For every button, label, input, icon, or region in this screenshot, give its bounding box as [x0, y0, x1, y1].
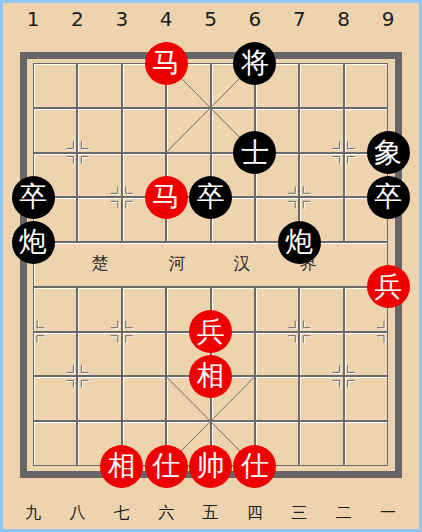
- piece-red-horse[interactable]: 马: [145, 176, 188, 219]
- board-cell: [77, 108, 121, 153]
- piece-red-elephant[interactable]: 相: [189, 355, 232, 398]
- board-cell: [122, 376, 166, 421]
- file-label-top: 2: [71, 7, 84, 31]
- board-cell: [299, 421, 343, 466]
- river-character: 河: [169, 252, 186, 275]
- file-label-bottom: 二: [336, 503, 352, 524]
- board-cell: [33, 287, 77, 332]
- board-cell: [77, 153, 121, 198]
- board-cell: [122, 108, 166, 153]
- file-label-top: 7: [293, 7, 306, 31]
- file-label-top: 5: [204, 7, 217, 31]
- piece-red-elephant[interactable]: 相: [100, 445, 143, 488]
- board-cell: [77, 63, 121, 108]
- piece-red-general[interactable]: 帅: [189, 445, 232, 488]
- board-cell: [344, 332, 388, 377]
- file-label-top: 4: [160, 7, 173, 31]
- piece-black-general[interactable]: 将: [233, 42, 276, 85]
- piece-black-cannon[interactable]: 炮: [278, 221, 321, 264]
- board-cell: [166, 108, 210, 153]
- board-cell: [299, 287, 343, 332]
- board-cell: [299, 63, 343, 108]
- board-cell: [299, 108, 343, 153]
- piece-red-soldier[interactable]: 兵: [189, 310, 232, 353]
- file-label-top: 3: [115, 7, 128, 31]
- piece-black-elephant[interactable]: 象: [367, 131, 410, 174]
- board-cell: [255, 332, 299, 377]
- board-cell: [299, 332, 343, 377]
- river-character: 楚: [92, 252, 109, 275]
- piece-red-advisor[interactable]: 仕: [233, 445, 276, 488]
- file-label-bottom: 一: [380, 503, 396, 524]
- file-label-bottom: 六: [158, 503, 174, 524]
- board-cell: [77, 197, 121, 242]
- piece-red-horse[interactable]: 马: [145, 42, 188, 85]
- file-label-top: 9: [382, 7, 395, 31]
- board-cell: [299, 376, 343, 421]
- file-label-top: 6: [249, 7, 262, 31]
- board-cell: [299, 153, 343, 198]
- piece-black-cannon[interactable]: 炮: [12, 221, 55, 264]
- board-cell: [33, 108, 77, 153]
- file-label-bottom: 四: [247, 503, 263, 524]
- file-label-bottom: 八: [69, 503, 85, 524]
- board-cell: [344, 63, 388, 108]
- river-character: 汉: [234, 252, 251, 275]
- board-cell: [33, 332, 77, 377]
- piece-red-soldier[interactable]: 兵: [367, 265, 410, 308]
- xiangqi-board-window: 123456789 楚河汉界 马将士象卒马卒卒炮炮兵兵相相仕帅仕 九八七六五四三…: [0, 0, 422, 532]
- board-cell: [122, 242, 166, 287]
- board-cell: [122, 332, 166, 377]
- board-cell: [77, 332, 121, 377]
- file-label-bottom: 七: [114, 503, 130, 524]
- board-cell: [344, 376, 388, 421]
- board-cell: [33, 421, 77, 466]
- board-cell: [33, 376, 77, 421]
- board-cell: [255, 376, 299, 421]
- board-cell: [344, 421, 388, 466]
- board-cell: [33, 63, 77, 108]
- file-label-top: 8: [337, 7, 350, 31]
- board-grid: [33, 63, 388, 466]
- file-label-bottom: 九: [25, 503, 41, 524]
- piece-red-advisor[interactable]: 仕: [145, 445, 188, 488]
- file-label-bottom: 三: [291, 503, 307, 524]
- piece-black-soldier[interactable]: 卒: [189, 176, 232, 219]
- board-cell: [77, 287, 121, 332]
- file-label-top: 1: [27, 7, 40, 31]
- board-cell: [122, 287, 166, 332]
- file-label-bottom: 五: [203, 503, 219, 524]
- piece-black-soldier[interactable]: 卒: [367, 176, 410, 219]
- board-cell: [255, 287, 299, 332]
- board-cell: [77, 376, 121, 421]
- piece-black-soldier[interactable]: 卒: [12, 176, 55, 219]
